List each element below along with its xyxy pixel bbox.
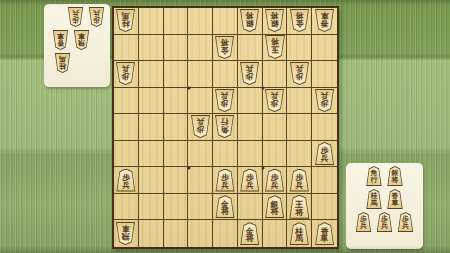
shogi-piece[interactable]: 歩兵: [88, 7, 105, 27]
shogi-piece[interactable]: 歩兵: [376, 212, 393, 232]
board-cell[interactable]: 歩兵: [263, 167, 288, 194]
piece-kanji: 香車: [320, 228, 329, 245]
piece-kanji: 歩兵: [320, 147, 329, 164]
shogi-piece[interactable]: 歩兵: [115, 169, 136, 192]
board-cell[interactable]: [139, 167, 164, 194]
piece-kanji: 歩兵: [196, 116, 205, 133]
shogi-piece[interactable]: 銀将: [264, 195, 285, 218]
piece-face: 金将: [240, 223, 259, 244]
piece-kanji: 歩兵: [270, 90, 279, 107]
board-cell[interactable]: [312, 167, 337, 194]
piece-kanji: 桂馬: [295, 228, 304, 245]
piece-face: 香車: [315, 10, 334, 31]
board-cell[interactable]: [188, 61, 213, 88]
board-cell[interactable]: [139, 61, 164, 88]
board-cell[interactable]: [213, 61, 238, 88]
board-cell[interactable]: [114, 141, 139, 168]
piece-kanji: 飛車: [121, 223, 130, 240]
piece-kanji: 金将: [220, 37, 229, 54]
piece-kanji: 王将: [295, 201, 304, 218]
board-cell[interactable]: [164, 220, 189, 247]
board-cell[interactable]: 歩兵: [114, 167, 139, 194]
board-cell[interactable]: [312, 35, 337, 62]
board-cell[interactable]: 歩兵: [287, 167, 312, 194]
shogi-piece[interactable]: 歩兵: [264, 169, 285, 192]
piece-face: 歩兵: [377, 213, 392, 231]
shogi-piece[interactable]: 歩兵: [239, 169, 260, 192]
board-cell[interactable]: [164, 141, 189, 168]
shogi-piece[interactable]: 香車: [314, 222, 335, 245]
shogi-piece[interactable]: 金将: [239, 222, 260, 245]
board-cell[interactable]: [238, 88, 263, 115]
board-cell[interactable]: [287, 141, 312, 168]
piece-kanji: 桂馬: [370, 193, 378, 208]
piece-kanji: 桂馬: [121, 10, 130, 27]
board-cell[interactable]: [263, 220, 288, 247]
board-cell[interactable]: [164, 167, 189, 194]
board-cell[interactable]: [139, 141, 164, 168]
piece-kanji: 銀将: [270, 201, 279, 218]
shogi-piece[interactable]: 桂馬: [289, 222, 310, 245]
board-cell[interactable]: 桂馬: [114, 8, 139, 35]
shogi-piece[interactable]: 香車: [387, 189, 404, 209]
piece-face: 桂馬: [290, 223, 309, 244]
shogi-piece[interactable]: 銀将: [239, 9, 260, 32]
piece-kanji: 香車: [57, 31, 65, 46]
board-cell[interactable]: 銀将: [263, 194, 288, 221]
piece-kanji: 歩兵: [360, 216, 368, 231]
hand-row: 歩兵歩兵歩兵: [348, 212, 421, 232]
board-cell[interactable]: [213, 141, 238, 168]
hand-row: 歩兵歩兵: [46, 7, 108, 27]
board-cell[interactable]: [188, 88, 213, 115]
board-cell[interactable]: [263, 61, 288, 88]
board-cell[interactable]: 王将: [287, 194, 312, 221]
piece-kanji: 歩兵: [220, 90, 229, 107]
piece-face: 歩兵: [315, 143, 334, 164]
shogi-piece[interactable]: 金将: [214, 195, 235, 218]
board-cell[interactable]: [139, 88, 164, 115]
board-cell[interactable]: [139, 220, 164, 247]
shogi-piece[interactable]: 歩兵: [314, 142, 335, 165]
board-cell[interactable]: [114, 194, 139, 221]
shogi-piece[interactable]: 桂馬: [115, 9, 136, 32]
board-cell[interactable]: [188, 167, 213, 194]
piece-face: 桂馬: [116, 10, 135, 31]
board-cell[interactable]: 歩兵: [238, 61, 263, 88]
piece-face: 歩兵: [215, 170, 234, 191]
board-cell[interactable]: [114, 35, 139, 62]
piece-face: 銀将: [388, 167, 403, 185]
piece-face: 歩兵: [398, 213, 413, 231]
piece-kanji: 銀将: [245, 10, 254, 27]
board-cell[interactable]: 香車: [312, 8, 337, 35]
piece-kanji: 玉将: [270, 36, 279, 53]
piece-face: 角行: [215, 116, 234, 137]
board-cell[interactable]: 歩兵: [287, 61, 312, 88]
piece-face: 歩兵: [89, 8, 104, 26]
board-cell[interactable]: 歩兵: [238, 167, 263, 194]
shogi-piece[interactable]: 金将: [214, 36, 235, 59]
piece-kanji: 香車: [391, 193, 399, 208]
piece-kanji: 金将: [295, 10, 304, 27]
board-cell[interactable]: [238, 194, 263, 221]
board-cell[interactable]: [263, 141, 288, 168]
board-cell[interactable]: 歩兵: [213, 88, 238, 115]
board-cell[interactable]: [164, 35, 189, 62]
piece-face: 歩兵: [68, 8, 83, 26]
board-cell[interactable]: [114, 88, 139, 115]
piece-kanji: 歩兵: [93, 8, 101, 23]
shogi-piece[interactable]: 飛車: [115, 222, 136, 245]
board-cell[interactable]: [139, 35, 164, 62]
piece-kanji: 歩兵: [270, 174, 279, 191]
shogi-piece[interactable]: 香車: [314, 9, 335, 32]
piece-kanji: 桂馬: [59, 54, 67, 69]
piece-face: 歩兵: [290, 63, 309, 84]
piece-face: 飛車: [116, 223, 135, 244]
shogi-piece[interactable]: 歩兵: [397, 212, 414, 232]
piece-face: 歩兵: [290, 170, 309, 191]
piece-kanji: 香車: [320, 10, 329, 27]
piece-kanji: 歩兵: [245, 63, 254, 80]
hand-row: 香車飛車: [46, 30, 108, 50]
board-cell[interactable]: [188, 220, 213, 247]
board-cell[interactable]: [287, 114, 312, 141]
board-cell[interactable]: 歩兵: [114, 61, 139, 88]
piece-face: 王将: [289, 196, 309, 218]
board-cell[interactable]: 歩兵: [312, 88, 337, 115]
shogi-piece[interactable]: 歩兵: [214, 169, 235, 192]
shogi-piece[interactable]: 歩兵: [314, 89, 335, 112]
hand-tray-sente: 角行銀将桂馬香車歩兵歩兵歩兵: [346, 163, 423, 249]
board-cell[interactable]: [213, 220, 238, 247]
board-cell[interactable]: [312, 194, 337, 221]
board-cell[interactable]: [164, 61, 189, 88]
piece-kanji: 金将: [220, 201, 229, 218]
piece-face: 歩兵: [356, 213, 371, 231]
shogi-piece[interactable]: 歩兵: [190, 115, 211, 138]
piece-kanji: 歩兵: [402, 216, 410, 231]
piece-face: 歩兵: [116, 63, 135, 84]
board-cell[interactable]: 金将: [213, 194, 238, 221]
shogi-piece[interactable]: 銀将: [264, 9, 285, 32]
piece-face: 桂馬: [367, 190, 382, 208]
hoshi-dot: [262, 87, 265, 90]
board-cell[interactable]: [238, 35, 263, 62]
shogi-piece[interactable]: 王将: [288, 195, 310, 219]
board-cell[interactable]: 金将: [213, 35, 238, 62]
board-cell[interactable]: 歩兵: [188, 114, 213, 141]
piece-face: 桂馬: [55, 54, 70, 72]
board-cell[interactable]: [164, 194, 189, 221]
piece-face: 飛車: [74, 31, 89, 49]
shogi-piece[interactable]: 歩兵: [239, 62, 260, 85]
shogi-board: 桂馬銀将銀将金将香車金将玉将歩兵歩兵歩兵歩兵歩兵歩兵歩兵角行歩兵歩兵歩兵歩兵歩兵…: [112, 6, 339, 249]
piece-kanji: 歩兵: [295, 63, 304, 80]
piece-face: 銀将: [265, 10, 284, 31]
hoshi-dot: [187, 87, 190, 90]
shogi-piece[interactable]: 香車: [52, 30, 69, 50]
piece-face: 歩兵: [240, 63, 259, 84]
hand-row: 桂馬: [46, 53, 108, 73]
piece-kanji: 歩兵: [72, 8, 80, 23]
board-cell[interactable]: 歩兵: [213, 167, 238, 194]
board-cell[interactable]: [188, 194, 213, 221]
piece-kanji: 歩兵: [295, 174, 304, 191]
piece-kanji: 歩兵: [320, 90, 329, 107]
piece-kanji: 角行: [370, 170, 378, 185]
piece-kanji: 歩兵: [121, 63, 130, 80]
shogi-scene: 歩兵歩兵香車飛車桂馬 桂馬銀将銀将金将香車金将玉将歩兵歩兵歩兵歩兵歩兵歩兵歩兵角…: [0, 0, 450, 253]
board-cell[interactable]: [139, 8, 164, 35]
piece-face: 玉将: [265, 36, 285, 58]
board-cell[interactable]: 金将: [287, 8, 312, 35]
board-cell[interactable]: 桂馬: [287, 220, 312, 247]
hand-row: 桂馬香車: [348, 189, 421, 209]
shogi-piece[interactable]: 歩兵: [115, 62, 136, 85]
piece-kanji: 角行: [220, 116, 229, 133]
piece-face: 歩兵: [215, 90, 234, 111]
board-cell[interactable]: [114, 114, 139, 141]
piece-kanji: 銀将: [391, 170, 399, 185]
board-cell[interactable]: [139, 114, 164, 141]
piece-kanji: 歩兵: [220, 174, 229, 191]
piece-face: 歩兵: [116, 170, 135, 191]
board-grid: 桂馬銀将銀将金将香車金将玉将歩兵歩兵歩兵歩兵歩兵歩兵歩兵角行歩兵歩兵歩兵歩兵歩兵…: [114, 8, 337, 247]
shogi-piece[interactable]: 銀将: [387, 166, 404, 186]
piece-face: 金将: [215, 37, 234, 58]
shogi-piece[interactable]: 歩兵: [355, 212, 372, 232]
board-cell[interactable]: [238, 141, 263, 168]
piece-face: 香車: [315, 223, 334, 244]
hoshi-dot: [262, 166, 265, 169]
piece-kanji: 飛車: [78, 31, 86, 46]
board-cell[interactable]: 飛車: [114, 220, 139, 247]
board-cell[interactable]: [164, 8, 189, 35]
shogi-piece[interactable]: 飛車: [73, 30, 90, 50]
shogi-piece[interactable]: 桂馬: [54, 53, 71, 73]
board-cell[interactable]: 角行: [213, 114, 238, 141]
board-cell[interactable]: [263, 114, 288, 141]
board-cell[interactable]: 香車: [312, 220, 337, 247]
shogi-piece[interactable]: 歩兵: [264, 89, 285, 112]
board-cell[interactable]: [164, 114, 189, 141]
shogi-piece[interactable]: 金将: [289, 9, 310, 32]
board-cell[interactable]: [139, 194, 164, 221]
shogi-piece[interactable]: 角行: [214, 115, 235, 138]
hand-row: 角行銀将: [348, 166, 421, 186]
piece-face: 金将: [290, 10, 309, 31]
board-cell[interactable]: 金将: [238, 220, 263, 247]
piece-kanji: 歩兵: [121, 174, 130, 191]
board-cell[interactable]: [287, 88, 312, 115]
board-cell[interactable]: [188, 141, 213, 168]
board-cell[interactable]: [188, 8, 213, 35]
shogi-piece[interactable]: 玉将: [264, 35, 286, 59]
board-cell[interactable]: [238, 114, 263, 141]
piece-face: 歩兵: [240, 170, 259, 191]
piece-face: 歩兵: [265, 90, 284, 111]
piece-face: 銀将: [265, 196, 284, 217]
board-cell[interactable]: 歩兵: [263, 88, 288, 115]
board-cell[interactable]: [213, 8, 238, 35]
piece-face: 歩兵: [265, 170, 284, 191]
board-cell[interactable]: 玉将: [263, 35, 288, 62]
shogi-piece[interactable]: 歩兵: [289, 169, 310, 192]
piece-face: 香車: [53, 31, 68, 49]
piece-face: 歩兵: [191, 116, 210, 137]
shogi-piece[interactable]: 歩兵: [214, 89, 235, 112]
piece-face: 金将: [215, 196, 234, 217]
shogi-piece[interactable]: 桂馬: [366, 189, 383, 209]
shogi-piece[interactable]: 角行: [366, 166, 383, 186]
hoshi-dot: [187, 166, 190, 169]
piece-face: 歩兵: [315, 90, 334, 111]
board-cell[interactable]: 歩兵: [312, 141, 337, 168]
piece-face: 香車: [388, 190, 403, 208]
shogi-piece[interactable]: 歩兵: [289, 62, 310, 85]
piece-kanji: 歩兵: [381, 216, 389, 231]
board-cell[interactable]: 銀将: [263, 8, 288, 35]
board-cell[interactable]: [287, 35, 312, 62]
board-cell[interactable]: [312, 114, 337, 141]
board-cell[interactable]: [164, 88, 189, 115]
board-cell[interactable]: [188, 35, 213, 62]
piece-face: 銀将: [240, 10, 259, 31]
piece-kanji: 銀将: [270, 10, 279, 27]
hand-tray-gote: 歩兵歩兵香車飛車桂馬: [44, 4, 110, 87]
piece-face: 角行: [367, 167, 382, 185]
board-cell[interactable]: 銀将: [238, 8, 263, 35]
shogi-piece[interactable]: 歩兵: [67, 7, 84, 27]
piece-kanji: 歩兵: [245, 174, 254, 191]
board-cell[interactable]: [312, 61, 337, 88]
piece-kanji: 金将: [245, 228, 254, 245]
